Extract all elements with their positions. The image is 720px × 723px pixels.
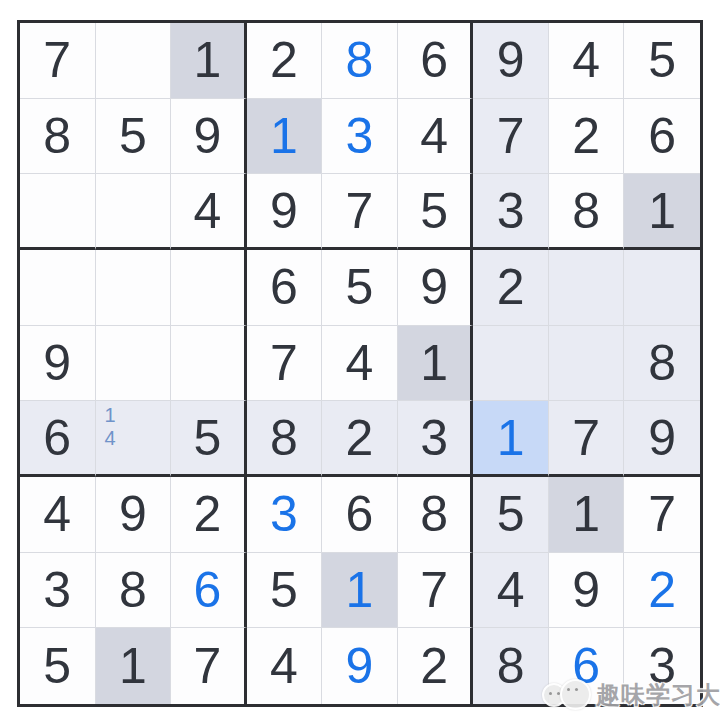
given-digit: 9 [43, 338, 71, 388]
given-digit: 4 [43, 489, 71, 539]
given-digit: 6 [420, 35, 448, 85]
given-digit: 6 [346, 489, 374, 539]
given-digit: 1 [119, 641, 147, 691]
user-digit: 1 [346, 565, 374, 615]
user-digit: 6 [193, 565, 221, 615]
cell-r2c9[interactable]: 6 [624, 99, 700, 175]
given-digit: 9 [497, 35, 525, 85]
user-digit: 6 [572, 641, 600, 691]
given-digit: 4 [193, 186, 221, 236]
given-digit: 1 [193, 35, 221, 85]
cell-r8c5[interactable]: 1 [322, 553, 398, 629]
cell-r3c3[interactable]: 4 [171, 174, 247, 250]
given-digit: 9 [119, 489, 147, 539]
cell-r1c9[interactable]: 5 [624, 23, 700, 99]
cell-r1c8[interactable]: 4 [549, 23, 625, 99]
cell-r8c2[interactable]: 8 [96, 553, 172, 629]
cell-r7c5[interactable]: 6 [322, 477, 398, 553]
given-digit: 7 [346, 186, 374, 236]
sudoku-app-screen: 7128694585913472649753816592974186145823… [0, 0, 720, 723]
cell-r2c1[interactable]: 8 [20, 99, 96, 175]
given-digit: 1 [572, 489, 600, 539]
given-digit: 2 [572, 111, 600, 161]
cell-r3c2[interactable] [96, 174, 172, 250]
cell-r6c1[interactable]: 6 [20, 401, 96, 477]
cell-r5c3[interactable] [171, 326, 247, 402]
cell-r7c4[interactable]: 3 [247, 477, 323, 553]
user-digit: 8 [346, 35, 374, 85]
cell-r9c7[interactable]: 8 [473, 628, 549, 704]
given-digit: 7 [420, 565, 448, 615]
cell-r7c9[interactable]: 7 [624, 477, 700, 553]
given-digit: 8 [43, 111, 71, 161]
cell-r4c1[interactable] [20, 250, 96, 326]
given-digit: 5 [346, 262, 374, 312]
given-digit: 8 [420, 489, 448, 539]
cell-r8c4[interactable]: 5 [247, 553, 323, 629]
cell-r1c2[interactable] [96, 23, 172, 99]
cell-r4c5[interactable]: 5 [322, 250, 398, 326]
cell-r5c6[interactable]: 1 [398, 326, 474, 402]
cell-r8c6[interactable]: 7 [398, 553, 474, 629]
cell-r9c4[interactable]: 4 [247, 628, 323, 704]
cell-r9c6[interactable]: 2 [398, 628, 474, 704]
given-digit: 8 [119, 565, 147, 615]
cell-r1c4[interactable]: 2 [247, 23, 323, 99]
cell-r3c9[interactable]: 1 [624, 174, 700, 250]
cell-r7c3[interactable]: 2 [171, 477, 247, 553]
cell-r6c7[interactable]: 1 [473, 401, 549, 477]
cell-r5c2[interactable] [96, 326, 172, 402]
cell-r8c7[interactable]: 4 [473, 553, 549, 629]
cell-r5c8[interactable] [549, 326, 625, 402]
given-digit: 7 [43, 35, 71, 85]
cell-r9c8[interactable]: 6 [549, 628, 625, 704]
given-digit: 9 [270, 186, 298, 236]
cell-r4c8[interactable] [549, 250, 625, 326]
cell-r4c2[interactable] [96, 250, 172, 326]
pencil-marks: 14 [99, 404, 168, 471]
cell-r9c3[interactable]: 7 [171, 628, 247, 704]
cell-r9c1[interactable]: 5 [20, 628, 96, 704]
given-digit: 9 [648, 413, 676, 463]
given-digit: 9 [193, 111, 221, 161]
cell-r7c6[interactable]: 8 [398, 477, 474, 553]
given-digit: 7 [193, 641, 221, 691]
user-digit: 1 [270, 111, 298, 161]
cell-r2c4[interactable]: 1 [247, 99, 323, 175]
cell-r6c6[interactable]: 3 [398, 401, 474, 477]
given-digit: 2 [193, 489, 221, 539]
cell-r3c7[interactable]: 3 [473, 174, 549, 250]
given-digit: 5 [497, 489, 525, 539]
user-digit: 1 [497, 413, 525, 463]
given-digit: 4 [572, 35, 600, 85]
cell-r7c7[interactable]: 5 [473, 477, 549, 553]
given-digit: 3 [43, 565, 71, 615]
cell-r6c4[interactable]: 8 [247, 401, 323, 477]
cell-r4c9[interactable] [624, 250, 700, 326]
given-digit: 1 [648, 186, 676, 236]
cell-r2c2[interactable]: 5 [96, 99, 172, 175]
cell-r3c8[interactable]: 8 [549, 174, 625, 250]
given-digit: 7 [497, 111, 525, 161]
cell-r3c4[interactable]: 9 [247, 174, 323, 250]
cell-r6c9[interactable]: 9 [624, 401, 700, 477]
cell-r1c5[interactable]: 8 [322, 23, 398, 99]
cell-r7c8[interactable]: 1 [549, 477, 625, 553]
cell-r2c5[interactable]: 3 [322, 99, 398, 175]
given-digit: 8 [497, 641, 525, 691]
given-digit: 2 [346, 413, 374, 463]
given-digit: 2 [270, 35, 298, 85]
cell-r3c6[interactable]: 5 [398, 174, 474, 250]
cell-r9c2[interactable]: 1 [96, 628, 172, 704]
cell-r3c1[interactable] [20, 174, 96, 250]
given-digit: 4 [497, 565, 525, 615]
cell-r9c9[interactable]: 3 [624, 628, 700, 704]
cell-r9c5[interactable]: 9 [322, 628, 398, 704]
cell-r4c6[interactable]: 9 [398, 250, 474, 326]
user-digit: 3 [270, 489, 298, 539]
cell-r2c3[interactable]: 9 [171, 99, 247, 175]
given-digit: 7 [572, 413, 600, 463]
cell-r4c4[interactable]: 6 [247, 250, 323, 326]
cell-r8c3[interactable]: 6 [171, 553, 247, 629]
given-digit: 5 [420, 186, 448, 236]
given-digit: 6 [270, 262, 298, 312]
cell-r5c4[interactable]: 7 [247, 326, 323, 402]
cell-r6c8[interactable]: 7 [549, 401, 625, 477]
cell-r1c7[interactable]: 9 [473, 23, 549, 99]
given-digit: 5 [43, 641, 71, 691]
given-digit: 7 [648, 489, 676, 539]
given-digit: 1 [420, 338, 448, 388]
given-digit: 5 [193, 413, 221, 463]
cell-r8c8[interactable]: 9 [549, 553, 625, 629]
sudoku-board: 7128694585913472649753816592974186145823… [17, 20, 703, 707]
cell-r8c9[interactable]: 2 [624, 553, 700, 629]
user-digit: 2 [648, 565, 676, 615]
cell-r2c6[interactable]: 4 [398, 99, 474, 175]
given-digit: 2 [497, 262, 525, 312]
given-digit: 4 [346, 338, 374, 388]
cell-r1c6[interactable]: 6 [398, 23, 474, 99]
given-digit: 5 [648, 35, 676, 85]
given-digit: 8 [648, 338, 676, 388]
given-digit: 3 [420, 413, 448, 463]
cell-r4c7[interactable]: 2 [473, 250, 549, 326]
given-digit: 9 [572, 565, 600, 615]
given-digit: 5 [270, 565, 298, 615]
given-digit: 5 [119, 111, 147, 161]
given-digit: 8 [270, 413, 298, 463]
cell-r7c2[interactable]: 9 [96, 477, 172, 553]
cell-r2c8[interactable]: 2 [549, 99, 625, 175]
given-digit: 3 [497, 186, 525, 236]
given-digit: 4 [270, 641, 298, 691]
given-digit: 2 [420, 641, 448, 691]
cell-r1c1[interactable]: 7 [20, 23, 96, 99]
given-digit: 6 [648, 111, 676, 161]
cell-r5c1[interactable]: 9 [20, 326, 96, 402]
cell-r7c1[interactable]: 4 [20, 477, 96, 553]
cell-r4c3[interactable] [171, 250, 247, 326]
cell-r6c3[interactable]: 5 [171, 401, 247, 477]
cell-r8c1[interactable]: 3 [20, 553, 96, 629]
given-digit: 3 [648, 641, 676, 691]
cell-r5c7[interactable] [473, 326, 549, 402]
given-digit: 6 [43, 413, 71, 463]
cell-r5c5[interactable]: 4 [322, 326, 398, 402]
cell-r5c9[interactable]: 8 [624, 326, 700, 402]
cell-r6c2[interactable]: 14 [96, 401, 172, 477]
user-digit: 9 [346, 641, 374, 691]
cell-r6c5[interactable]: 2 [322, 401, 398, 477]
cell-r1c3[interactable]: 1 [171, 23, 247, 99]
given-digit: 8 [572, 186, 600, 236]
cell-r3c5[interactable]: 7 [322, 174, 398, 250]
given-digit: 9 [420, 262, 448, 312]
cell-r2c7[interactable]: 7 [473, 99, 549, 175]
user-digit: 3 [346, 111, 374, 161]
given-digit: 4 [420, 111, 448, 161]
given-digit: 7 [270, 338, 298, 388]
